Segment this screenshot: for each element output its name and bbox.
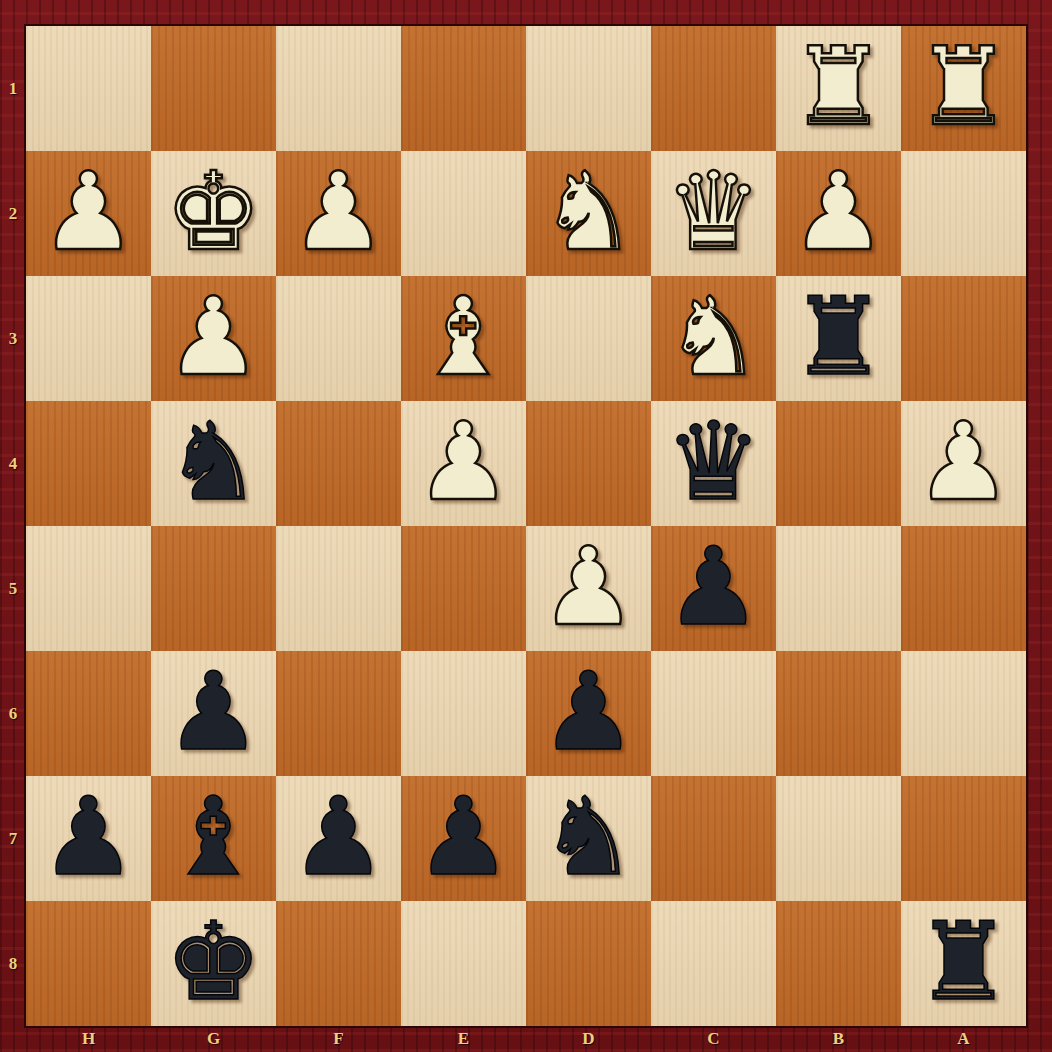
square-g8[interactable]: ♚ — [151, 901, 276, 1026]
piece-white-rook-b1[interactable]: ♜ — [776, 26, 901, 151]
piece-black-knight-d7[interactable]: ♞ — [526, 776, 651, 901]
square-d7[interactable]: ♞ — [526, 776, 651, 901]
piece-black-pawn-f7[interactable]: ♟ — [276, 776, 401, 901]
square-b7[interactable] — [776, 776, 901, 901]
piece-white-pawn-d5[interactable]: ♟ — [526, 526, 651, 651]
square-e1[interactable] — [401, 26, 526, 151]
square-f5[interactable] — [276, 526, 401, 651]
rank-label-6: 6 — [0, 651, 26, 776]
square-d4[interactable] — [526, 401, 651, 526]
square-e7[interactable]: ♟ — [401, 776, 526, 901]
square-c4[interactable]: ♛ — [651, 401, 776, 526]
piece-white-rook-a1[interactable]: ♜ — [901, 26, 1026, 151]
square-g2[interactable]: ♚ — [151, 151, 276, 276]
piece-black-queen-c4[interactable]: ♛ — [651, 401, 776, 526]
square-c6[interactable] — [651, 651, 776, 776]
piece-white-pawn-f2[interactable]: ♟ — [276, 151, 401, 276]
square-f6[interactable] — [276, 651, 401, 776]
square-b8[interactable] — [776, 901, 901, 1026]
rank-label-3: 3 — [0, 276, 26, 401]
square-e8[interactable] — [401, 901, 526, 1026]
square-e4[interactable]: ♟ — [401, 401, 526, 526]
piece-black-pawn-e7[interactable]: ♟ — [401, 776, 526, 901]
file-label-D: D — [526, 1026, 651, 1052]
square-g6[interactable]: ♟ — [151, 651, 276, 776]
square-b4[interactable] — [776, 401, 901, 526]
piece-white-knight-c3[interactable]: ♞ — [651, 276, 776, 401]
square-d8[interactable] — [526, 901, 651, 1026]
file-label-H: H — [26, 1026, 151, 1052]
square-c2[interactable]: ♛ — [651, 151, 776, 276]
piece-white-pawn-b2[interactable]: ♟ — [776, 151, 901, 276]
square-a3[interactable] — [901, 276, 1026, 401]
square-a8[interactable]: ♜ — [901, 901, 1026, 1026]
rank-label-2: 2 — [0, 151, 26, 276]
piece-white-queen-c2[interactable]: ♛ — [651, 151, 776, 276]
square-c1[interactable] — [651, 26, 776, 151]
piece-black-rook-b3[interactable]: ♜ — [776, 276, 901, 401]
piece-white-pawn-a4[interactable]: ♟ — [901, 401, 1026, 526]
square-c5[interactable]: ♟ — [651, 526, 776, 651]
square-e6[interactable] — [401, 651, 526, 776]
file-label-F: F — [276, 1026, 401, 1052]
piece-white-king-g2[interactable]: ♚ — [151, 151, 276, 276]
rank-label-8: 8 — [0, 901, 26, 1026]
piece-white-pawn-h2[interactable]: ♟ — [26, 151, 151, 276]
square-d1[interactable] — [526, 26, 651, 151]
square-a4[interactable]: ♟ — [901, 401, 1026, 526]
square-a5[interactable] — [901, 526, 1026, 651]
piece-white-knight-d2[interactable]: ♞ — [526, 151, 651, 276]
square-c7[interactable] — [651, 776, 776, 901]
rank-label-7: 7 — [0, 776, 26, 901]
square-g7[interactable]: ♝ — [151, 776, 276, 901]
square-d3[interactable] — [526, 276, 651, 401]
square-b3[interactable]: ♜ — [776, 276, 901, 401]
square-g4[interactable]: ♞ — [151, 401, 276, 526]
rank-label-5: 5 — [0, 526, 26, 651]
square-b6[interactable] — [776, 651, 901, 776]
square-e5[interactable] — [401, 526, 526, 651]
square-a1[interactable]: ♜ — [901, 26, 1026, 151]
chess-board-frame: ♜♜♟♚♟♞♛♟♟♝♞♜♞♟♛♟♟♟♟♟♟♝♟♟♞♚♜ 12345678 HGF… — [0, 0, 1052, 1052]
square-h8[interactable] — [26, 901, 151, 1026]
square-h4[interactable] — [26, 401, 151, 526]
rank-label-4: 4 — [0, 401, 26, 526]
rank-label-1: 1 — [0, 26, 26, 151]
square-d6[interactable]: ♟ — [526, 651, 651, 776]
square-g1[interactable] — [151, 26, 276, 151]
square-d5[interactable]: ♟ — [526, 526, 651, 651]
square-d2[interactable]: ♞ — [526, 151, 651, 276]
square-c8[interactable] — [651, 901, 776, 1026]
square-b5[interactable] — [776, 526, 901, 651]
square-h3[interactable] — [26, 276, 151, 401]
square-h7[interactable]: ♟ — [26, 776, 151, 901]
square-b1[interactable]: ♜ — [776, 26, 901, 151]
square-f1[interactable] — [276, 26, 401, 151]
piece-white-pawn-g3[interactable]: ♟ — [151, 276, 276, 401]
square-h6[interactable] — [26, 651, 151, 776]
file-label-B: B — [776, 1026, 901, 1052]
square-g3[interactable]: ♟ — [151, 276, 276, 401]
square-f8[interactable] — [276, 901, 401, 1026]
piece-black-pawn-g6[interactable]: ♟ — [151, 651, 276, 776]
piece-white-pawn-e4[interactable]: ♟ — [401, 401, 526, 526]
square-b2[interactable]: ♟ — [776, 151, 901, 276]
square-c3[interactable]: ♞ — [651, 276, 776, 401]
square-a2[interactable] — [901, 151, 1026, 276]
square-a6[interactable] — [901, 651, 1026, 776]
piece-white-bishop-e3[interactable]: ♝ — [401, 276, 526, 401]
piece-black-pawn-d6[interactable]: ♟ — [526, 651, 651, 776]
square-f2[interactable]: ♟ — [276, 151, 401, 276]
piece-black-rook-a8[interactable]: ♜ — [901, 901, 1026, 1026]
file-label-A: A — [901, 1026, 1026, 1052]
square-f4[interactable] — [276, 401, 401, 526]
piece-black-knight-g4[interactable]: ♞ — [151, 401, 276, 526]
square-e3[interactable]: ♝ — [401, 276, 526, 401]
file-label-G: G — [151, 1026, 276, 1052]
square-f7[interactable]: ♟ — [276, 776, 401, 901]
piece-black-pawn-c5[interactable]: ♟ — [651, 526, 776, 651]
file-label-C: C — [651, 1026, 776, 1052]
chess-board: ♜♜♟♚♟♞♛♟♟♝♞♜♞♟♛♟♟♟♟♟♟♝♟♟♞♚♜ — [26, 26, 1026, 1026]
square-h1[interactable] — [26, 26, 151, 151]
piece-black-pawn-h7[interactable]: ♟ — [26, 776, 151, 901]
square-a7[interactable] — [901, 776, 1026, 901]
square-f3[interactable] — [276, 276, 401, 401]
file-label-E: E — [401, 1026, 526, 1052]
square-h2[interactable]: ♟ — [26, 151, 151, 276]
piece-black-bishop-g7[interactable]: ♝ — [151, 776, 276, 901]
piece-black-king-g8[interactable]: ♚ — [151, 901, 276, 1026]
square-h5[interactable] — [26, 526, 151, 651]
square-g5[interactable] — [151, 526, 276, 651]
square-e2[interactable] — [401, 151, 526, 276]
